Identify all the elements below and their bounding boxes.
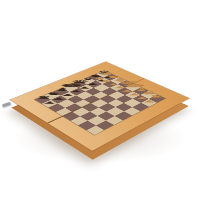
pieces-layer: ♜♟♜♟♞♟♞♟♝♟♝♟♛♟♛♟♚♟♚♟♝♟♝♟♞♟♞♟♜♟♜♟ [106,62,189,99]
scene: ♜♟♜♟♞♟♞♟♝♟♝♟♛♟♛♟♚♟♚♟♝♟♝♟♞♟♞♟♜♟♜♟ [0,0,200,200]
board-case: ♜♟♜♟♞♟♞♟♝♟♝♟♛♟♛♟♚♟♚♟♝♟♝♟♞♟♞♟♜♟♜♟ [11,62,189,151]
product-photo: ♜♟♜♟♞♟♞♟♝♟♝♟♛♟♛♟♚♟♚♟♝♟♝♟♞♟♞♟♜♟♜♟ [0,0,200,200]
